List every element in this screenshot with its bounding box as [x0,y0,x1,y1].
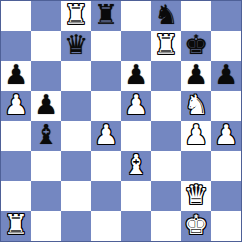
square-a6[interactable]: ♟ [1,61,31,91]
square-g1[interactable]: ♚ [181,211,211,241]
white-queen[interactable]: ♛ [184,181,208,210]
black-pawn[interactable]: ♟ [4,61,28,90]
square-b6[interactable] [31,61,61,91]
white-knight[interactable]: ♞ [184,91,208,120]
square-c6[interactable] [61,61,91,91]
white-pawn[interactable]: ♟ [124,91,148,120]
white-pawn[interactable]: ♟ [184,121,208,150]
white-bishop[interactable]: ♝ [124,151,148,180]
square-f1[interactable] [151,211,181,241]
square-a8[interactable] [1,1,31,31]
square-e7[interactable] [121,31,151,61]
square-d6[interactable] [91,61,121,91]
square-c1[interactable] [61,211,91,241]
square-b2[interactable] [31,181,61,211]
white-pawn[interactable]: ♟ [214,121,238,150]
square-f5[interactable] [151,91,181,121]
square-g7[interactable]: ♚ [181,31,211,61]
square-f4[interactable] [151,121,181,151]
square-d4[interactable]: ♟ [91,121,121,151]
square-a3[interactable] [1,151,31,181]
black-bishop[interactable]: ♝ [34,121,58,150]
black-rook[interactable]: ♜ [94,1,118,30]
square-c2[interactable] [61,181,91,211]
square-f7[interactable]: ♜ [151,31,181,61]
square-a7[interactable] [1,31,31,61]
square-f8[interactable]: ♞ [151,1,181,31]
square-c3[interactable] [61,151,91,181]
square-e4[interactable] [121,121,151,151]
square-d8[interactable]: ♜ [91,1,121,31]
square-d1[interactable] [91,211,121,241]
square-d5[interactable] [91,91,121,121]
square-h1[interactable] [211,211,241,241]
square-g4[interactable]: ♟ [181,121,211,151]
square-b5[interactable]: ♟ [31,91,61,121]
white-pawn[interactable]: ♟ [4,91,28,120]
white-rook[interactable]: ♜ [4,211,28,240]
square-h5[interactable] [211,91,241,121]
black-knight[interactable]: ♞ [154,1,178,30]
square-c4[interactable] [61,121,91,151]
square-h8[interactable] [211,1,241,31]
square-b8[interactable] [31,1,61,31]
square-h7[interactable] [211,31,241,61]
white-king[interactable]: ♚ [184,211,208,240]
black-queen[interactable]: ♛ [64,31,88,60]
square-h3[interactable] [211,151,241,181]
square-f6[interactable] [151,61,181,91]
square-g6[interactable]: ♟ [181,61,211,91]
square-d7[interactable] [91,31,121,61]
square-e1[interactable] [121,211,151,241]
square-a4[interactable] [1,121,31,151]
chess-board: ♜♜♞♛♜♚♟♟♟♟♟♟♟♞♝♟♟♟♝♛♜♚ [0,0,242,242]
square-a1[interactable]: ♜ [1,211,31,241]
black-king[interactable]: ♚ [184,31,208,60]
square-g8[interactable] [181,1,211,31]
square-c5[interactable] [61,91,91,121]
square-a5[interactable]: ♟ [1,91,31,121]
square-e6[interactable]: ♟ [121,61,151,91]
white-rook[interactable]: ♜ [64,1,88,30]
square-d3[interactable] [91,151,121,181]
square-b4[interactable]: ♝ [31,121,61,151]
square-e8[interactable] [121,1,151,31]
square-g5[interactable]: ♞ [181,91,211,121]
black-pawn[interactable]: ♟ [214,61,238,90]
square-e3[interactable]: ♝ [121,151,151,181]
white-pawn[interactable]: ♟ [94,121,118,150]
black-pawn[interactable]: ♟ [124,61,148,90]
square-d2[interactable] [91,181,121,211]
black-pawn[interactable]: ♟ [184,61,208,90]
square-g3[interactable] [181,151,211,181]
white-rook[interactable]: ♜ [154,31,178,60]
square-f3[interactable] [151,151,181,181]
square-e5[interactable]: ♟ [121,91,151,121]
square-e2[interactable] [121,181,151,211]
square-h2[interactable] [211,181,241,211]
square-c8[interactable]: ♜ [61,1,91,31]
square-b7[interactable] [31,31,61,61]
square-f2[interactable] [151,181,181,211]
square-h4[interactable]: ♟ [211,121,241,151]
square-g2[interactable]: ♛ [181,181,211,211]
square-a2[interactable] [1,181,31,211]
square-h6[interactable]: ♟ [211,61,241,91]
square-c7[interactable]: ♛ [61,31,91,61]
square-b1[interactable] [31,211,61,241]
black-pawn[interactable]: ♟ [34,91,58,120]
square-b3[interactable] [31,151,61,181]
